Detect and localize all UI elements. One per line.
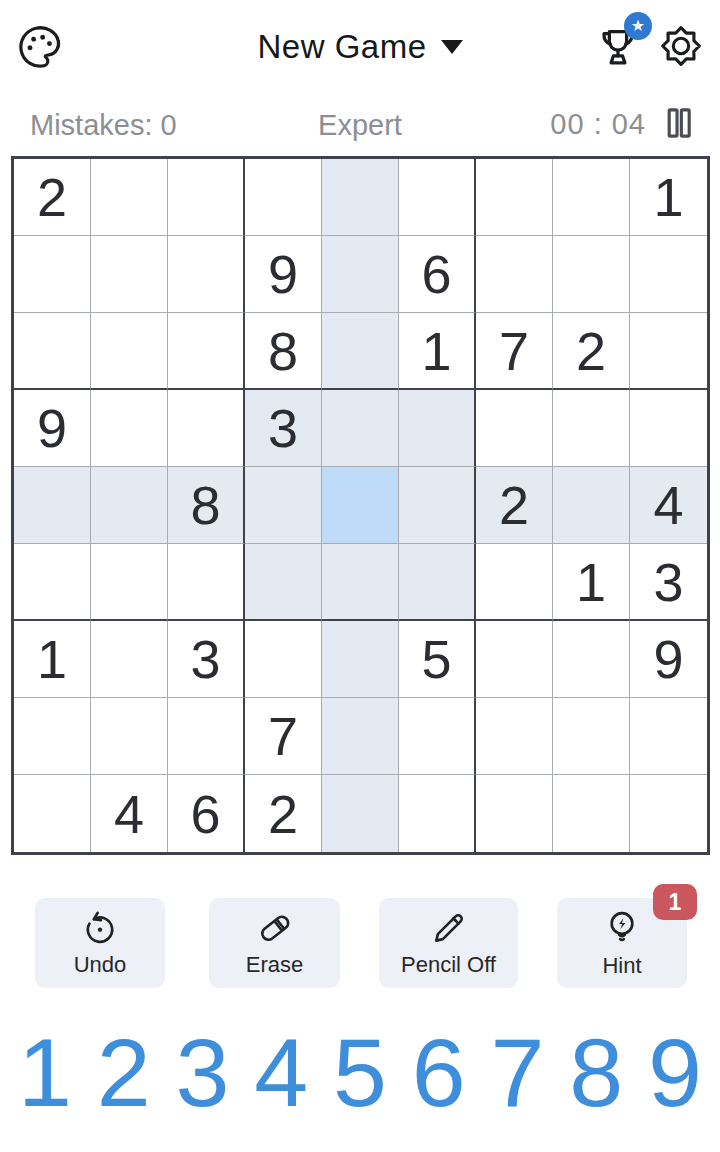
trophy-button[interactable]: ★ xyxy=(592,18,644,76)
sudoku-cell-r1c7[interactable] xyxy=(476,159,553,236)
sudoku-cell-r8c2[interactable] xyxy=(91,698,168,775)
sudoku-cell-r1c1[interactable]: 2 xyxy=(14,159,91,236)
pencil-label: Pencil Off xyxy=(401,952,496,978)
sudoku-cell-r9c4[interactable]: 2 xyxy=(245,775,322,852)
sudoku-cell-r9c6[interactable] xyxy=(399,775,476,852)
sudoku-cell-r3c7[interactable]: 7 xyxy=(476,313,553,390)
numpad-key-4[interactable]: 4 xyxy=(254,1024,308,1121)
sudoku-cell-r6c2[interactable] xyxy=(91,544,168,621)
sudoku-cell-r5c3[interactable]: 8 xyxy=(168,467,245,544)
sudoku-cell-r5c4[interactable] xyxy=(245,467,322,544)
sudoku-cell-r1c6[interactable] xyxy=(399,159,476,236)
sudoku-cell-r8c7[interactable] xyxy=(476,698,553,775)
sudoku-cell-r4c1[interactable]: 9 xyxy=(14,390,91,467)
eraser-icon xyxy=(255,908,295,948)
sudoku-cell-r8c5[interactable] xyxy=(322,698,399,775)
sudoku-cell-r1c4[interactable] xyxy=(245,159,322,236)
sudoku-cell-r9c7[interactable] xyxy=(476,775,553,852)
sudoku-cell-r6c8[interactable]: 1 xyxy=(553,544,630,621)
sudoku-cell-r8c1[interactable] xyxy=(14,698,91,775)
timer: 00 : 04 xyxy=(550,108,646,141)
sudoku-cell-r4c5[interactable] xyxy=(322,390,399,467)
sudoku-cell-r4c4[interactable]: 3 xyxy=(245,390,322,467)
sudoku-cell-r8c3[interactable] xyxy=(168,698,245,775)
sudoku-cell-r8c6[interactable] xyxy=(399,698,476,775)
pause-button[interactable] xyxy=(662,106,696,142)
numpad-key-2[interactable]: 2 xyxy=(97,1024,151,1121)
numpad-key-3[interactable]: 3 xyxy=(176,1024,230,1121)
numpad-key-6[interactable]: 6 xyxy=(412,1024,466,1121)
sudoku-cell-r9c9[interactable] xyxy=(630,775,707,852)
sudoku-cell-r7c9[interactable]: 9 xyxy=(630,621,707,698)
sudoku-cell-r3c8[interactable]: 2 xyxy=(553,313,630,390)
sudoku-cell-r5c1[interactable] xyxy=(14,467,91,544)
sudoku-cell-r5c2[interactable] xyxy=(91,467,168,544)
sudoku-cell-r1c2[interactable] xyxy=(91,159,168,236)
number-pad: 123456789 xyxy=(0,1012,720,1132)
sudoku-cell-r4c3[interactable] xyxy=(168,390,245,467)
undo-icon xyxy=(80,908,120,948)
sudoku-cell-r8c9[interactable] xyxy=(630,698,707,775)
sudoku-cell-r6c5[interactable] xyxy=(322,544,399,621)
sudoku-cell-r1c9[interactable]: 1 xyxy=(630,159,707,236)
sudoku-cell-r3c6[interactable]: 1 xyxy=(399,313,476,390)
sudoku-cell-r9c8[interactable] xyxy=(553,775,630,852)
hint-label: Hint xyxy=(602,953,641,979)
gear-icon xyxy=(659,56,703,71)
sudoku-cell-r5c6[interactable] xyxy=(399,467,476,544)
sudoku-cell-r2c1[interactable] xyxy=(14,236,91,313)
sudoku-cell-r7c6[interactable]: 5 xyxy=(399,621,476,698)
hint-bulb-icon xyxy=(602,907,642,949)
sudoku-cell-r3c3[interactable] xyxy=(168,313,245,390)
toolbar: Undo Erase xyxy=(0,898,720,990)
erase-button[interactable]: Erase xyxy=(209,898,340,988)
pencil-button[interactable]: Pencil Off xyxy=(379,898,518,988)
sudoku-cell-r2c4[interactable]: 9 xyxy=(245,236,322,313)
sudoku-cell-r8c4[interactable]: 7 xyxy=(245,698,322,775)
sudoku-cell-r6c7[interactable] xyxy=(476,544,553,621)
numpad-key-5[interactable]: 5 xyxy=(333,1024,387,1121)
undo-label: Undo xyxy=(74,952,127,978)
sudoku-cell-r4c7[interactable] xyxy=(476,390,553,467)
erase-label: Erase xyxy=(246,952,303,978)
hint-button[interactable]: Hint 1 xyxy=(557,898,687,988)
sudoku-cell-r3c9[interactable] xyxy=(630,313,707,390)
status-bar: Mistakes: 0 Expert 00 : 04 xyxy=(0,106,720,146)
sudoku-cell-r5c7[interactable]: 2 xyxy=(476,467,553,544)
sudoku-cell-r2c7[interactable] xyxy=(476,236,553,313)
sudoku-cell-r2c2[interactable] xyxy=(91,236,168,313)
sudoku-cell-r5c5[interactable] xyxy=(322,467,399,544)
numpad-key-9[interactable]: 9 xyxy=(648,1024,702,1121)
trophy-icon xyxy=(595,60,641,75)
new-game-dropdown[interactable]: New Game xyxy=(257,28,462,66)
sudoku-cell-r4c8[interactable] xyxy=(553,390,630,467)
sudoku-app: New Game ★ xyxy=(0,0,720,1152)
hint-count-badge: 1 xyxy=(653,884,697,920)
sudoku-cell-r7c3[interactable]: 3 xyxy=(168,621,245,698)
sudoku-cell-r8c8[interactable] xyxy=(553,698,630,775)
sudoku-cell-r1c5[interactable] xyxy=(322,159,399,236)
numpad-key-7[interactable]: 7 xyxy=(491,1024,545,1121)
sudoku-cell-r5c8[interactable] xyxy=(553,467,630,544)
sudoku-cell-r6c9[interactable]: 3 xyxy=(630,544,707,621)
sudoku-cell-r7c8[interactable] xyxy=(553,621,630,698)
sudoku-cell-r2c8[interactable] xyxy=(553,236,630,313)
sudoku-cell-r4c9[interactable] xyxy=(630,390,707,467)
sudoku-cell-r7c7[interactable] xyxy=(476,621,553,698)
sudoku-cell-r2c6[interactable]: 6 xyxy=(399,236,476,313)
sudoku-cell-r1c8[interactable] xyxy=(553,159,630,236)
sudoku-cell-r9c1[interactable] xyxy=(14,775,91,852)
pause-icon xyxy=(663,128,695,143)
sudoku-cell-r6c3[interactable] xyxy=(168,544,245,621)
sudoku-board: 21968172938241313597462 xyxy=(11,156,710,855)
sudoku-cell-r9c5[interactable] xyxy=(322,775,399,852)
page-title: New Game xyxy=(257,28,426,66)
sudoku-cell-r4c6[interactable] xyxy=(399,390,476,467)
numpad-key-8[interactable]: 8 xyxy=(569,1024,623,1121)
sudoku-cell-r3c4[interactable]: 8 xyxy=(245,313,322,390)
sudoku-cell-r2c5[interactable] xyxy=(322,236,399,313)
sudoku-cell-r9c3[interactable]: 6 xyxy=(168,775,245,852)
undo-button[interactable]: Undo xyxy=(35,898,165,988)
sudoku-cell-r3c5[interactable] xyxy=(322,313,399,390)
sudoku-cell-r1c3[interactable] xyxy=(168,159,245,236)
sudoku-cell-r6c4[interactable] xyxy=(245,544,322,621)
sudoku-cell-r6c6[interactable] xyxy=(399,544,476,621)
sudoku-cell-r3c1[interactable] xyxy=(14,313,91,390)
sudoku-cell-r7c2[interactable] xyxy=(91,621,168,698)
chevron-down-icon xyxy=(441,40,463,54)
sudoku-cell-r2c9[interactable] xyxy=(630,236,707,313)
sudoku-cell-r7c5[interactable] xyxy=(322,621,399,698)
sudoku-cell-r5c9[interactable]: 4 xyxy=(630,467,707,544)
sudoku-cell-r7c4[interactable] xyxy=(245,621,322,698)
numpad-key-1[interactable]: 1 xyxy=(18,1024,72,1121)
top-bar: New Game ★ xyxy=(0,18,720,80)
pencil-icon xyxy=(429,908,469,948)
trophy-star-badge: ★ xyxy=(624,12,652,40)
sudoku-cell-r3c2[interactable] xyxy=(91,313,168,390)
sudoku-cell-r4c2[interactable] xyxy=(91,390,168,467)
settings-button[interactable] xyxy=(658,24,704,70)
sudoku-cell-r7c1[interactable]: 1 xyxy=(14,621,91,698)
sudoku-cell-r9c2[interactable]: 4 xyxy=(91,775,168,852)
sudoku-cell-r2c3[interactable] xyxy=(168,236,245,313)
sudoku-cell-r6c1[interactable] xyxy=(14,544,91,621)
